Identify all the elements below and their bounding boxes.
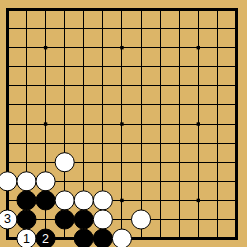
star-point [197, 46, 200, 49]
black-stone [74, 229, 93, 247]
star-point [120, 46, 123, 49]
black-stone [36, 191, 55, 210]
black-stone [17, 191, 36, 210]
move-number-label: 3 [4, 212, 11, 226]
star-point [120, 122, 123, 125]
go-board-diagram: 123 [0, 0, 247, 247]
white-stone [36, 172, 55, 191]
white-stone [93, 210, 112, 229]
star-point [44, 122, 47, 125]
go-board[interactable]: 123 [0, 0, 247, 247]
move-number-label: 2 [42, 232, 49, 246]
black-stone [93, 229, 112, 247]
white-stone [112, 229, 131, 247]
black-stone [74, 210, 93, 229]
star-point [44, 46, 47, 49]
black-stone [17, 210, 36, 229]
white-stone [93, 191, 112, 210]
star-point [197, 199, 200, 202]
black-stone [55, 210, 74, 229]
white-stone [74, 191, 93, 210]
white-stone [55, 153, 74, 172]
star-point [120, 199, 123, 202]
white-stone [0, 172, 17, 191]
white-stone [131, 210, 150, 229]
star-point [197, 122, 200, 125]
white-stone [17, 172, 36, 191]
move-number-label: 1 [23, 232, 30, 246]
white-stone [55, 191, 74, 210]
